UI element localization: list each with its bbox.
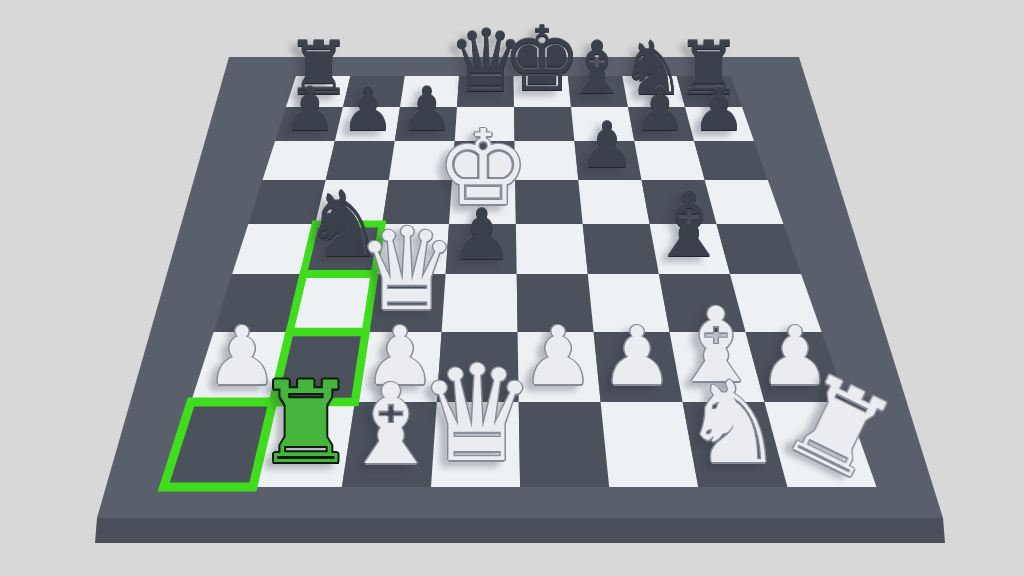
square-f5[interactable] (578, 180, 649, 224)
square-f4[interactable] (583, 224, 659, 274)
chess-app-screen: ♜♛♚♝♞♜♟♟♟♟♟♟♚♞♟♝♛♟♟♟♟♝♟♜♝♛♞♜ (0, 0, 1024, 576)
piece-black-bishop-g4[interactable]: ♝ (649, 180, 730, 270)
piece-black-pawn-b7[interactable]: ♟ (341, 79, 395, 139)
piece-white-pawn-f2[interactable]: ♟ (601, 316, 674, 397)
piece-black-pawn-d4[interactable]: ♟ (451, 200, 514, 270)
board-frame-front-face (95, 518, 945, 543)
piece-black-pawn-g7[interactable]: ♟ (633, 79, 687, 139)
piece-black-pawn-f6[interactable]: ♟ (579, 114, 635, 177)
piece-black-pawn-a7[interactable]: ♟ (283, 79, 337, 139)
square-e4[interactable] (516, 224, 588, 274)
piece-white-queen-d1[interactable]: ♛ (417, 348, 536, 481)
piece-black-pawn-h7[interactable]: ♟ (692, 79, 746, 139)
